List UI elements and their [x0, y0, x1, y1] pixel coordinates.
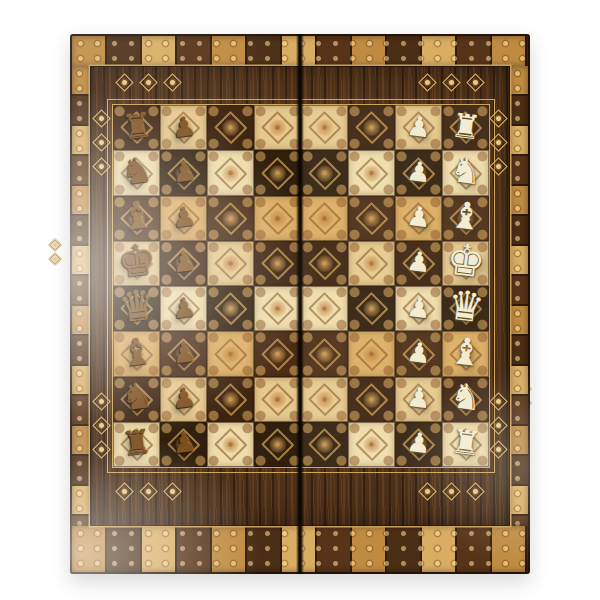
square[interactable]: ♝: [113, 331, 160, 376]
diamond-inlay-icon: [92, 440, 110, 458]
edge-inlay-icon: [50, 240, 60, 264]
square[interactable]: ♛: [113, 286, 160, 331]
square[interactable]: ♜: [113, 422, 160, 467]
white-pawn[interactable]: ♟: [405, 247, 432, 277]
black-knight[interactable]: ♞: [119, 152, 154, 191]
diamond-inlay-icon: [139, 73, 157, 91]
black-king[interactable]: ♚: [115, 238, 159, 285]
square[interactable]: ♛: [442, 286, 489, 331]
fold-seam: [296, 34, 304, 574]
square[interactable]: ♟: [160, 196, 207, 241]
black-queen[interactable]: ♛: [116, 284, 157, 329]
square[interactable]: ♟: [395, 150, 442, 195]
diamond-inlay-icon: [489, 133, 507, 151]
white-king[interactable]: ♚: [444, 238, 488, 285]
white-knight[interactable]: ♞: [448, 152, 483, 191]
corner-inlay-chain-icon: [492, 395, 505, 456]
diamond-inlay-icon: [418, 482, 436, 500]
diamond-inlay-icon: [466, 482, 484, 500]
diamond-inlay-icon: [163, 482, 181, 500]
black-pawn[interactable]: ♟: [170, 111, 197, 141]
black-pawn[interactable]: ♟: [170, 428, 197, 458]
diamond-inlay-icon: [92, 133, 110, 151]
diamond-inlay-icon: [489, 157, 507, 175]
square[interactable]: ♚: [113, 241, 160, 286]
square[interactable]: [348, 377, 395, 422]
white-pawn[interactable]: ♟: [405, 111, 432, 141]
chessboard: ♜♟♟♜♞♟♟♞♝♟♟♝♚♟♟♚♛♟♟♛♝♟♟♝♞♟♟♞♜♟♟♜: [70, 34, 530, 574]
diamond-inlay-icon: [92, 416, 110, 434]
square[interactable]: ♜: [113, 105, 160, 150]
corner-inlay-chain-icon: [95, 395, 108, 456]
white-pawn[interactable]: ♟: [405, 157, 432, 187]
square[interactable]: [348, 105, 395, 150]
black-rook[interactable]: ♜: [120, 108, 153, 144]
square[interactable]: [301, 150, 348, 195]
black-rook[interactable]: ♜: [120, 425, 153, 461]
diamond-inlay-icon: [139, 482, 157, 500]
square[interactable]: ♟: [160, 331, 207, 376]
diamond-inlay-icon: [489, 392, 507, 410]
black-pawn[interactable]: ♟: [170, 338, 197, 368]
white-pawn[interactable]: ♟: [405, 292, 432, 322]
square[interactable]: [301, 241, 348, 286]
black-pawn[interactable]: ♟: [170, 247, 197, 277]
black-pawn[interactable]: ♟: [170, 383, 197, 413]
black-bishop[interactable]: ♝: [118, 332, 155, 373]
white-bishop[interactable]: ♝: [447, 332, 484, 373]
diamond-inlay-icon: [92, 109, 110, 127]
square[interactable]: [301, 422, 348, 467]
square[interactable]: ♞: [442, 377, 489, 422]
diamond-inlay-icon: [48, 252, 62, 266]
white-rook[interactable]: ♜: [449, 108, 482, 144]
corner-inlay-chain-icon: [118, 76, 179, 89]
square[interactable]: ♟: [395, 331, 442, 376]
square[interactable]: [207, 422, 254, 467]
black-bishop[interactable]: ♝: [118, 196, 155, 237]
square[interactable]: ♚: [442, 241, 489, 286]
square[interactable]: ♟: [395, 196, 442, 241]
diamond-inlay-icon: [489, 440, 507, 458]
square[interactable]: [254, 105, 301, 150]
square[interactable]: [348, 422, 395, 467]
square[interactable]: [254, 377, 301, 422]
square[interactable]: [207, 196, 254, 241]
square[interactable]: [348, 196, 395, 241]
photo-stage: ♜♟♟♜♞♟♟♞♝♟♟♝♚♟♟♚♛♟♟♛♝♟♟♝♞♟♟♞♜♟♟♜: [0, 0, 600, 600]
square[interactable]: [348, 331, 395, 376]
square[interactable]: ♟: [160, 377, 207, 422]
square[interactable]: [301, 286, 348, 331]
corner-inlay-chain-icon: [95, 112, 108, 173]
square[interactable]: ♞: [113, 377, 160, 422]
square[interactable]: [207, 331, 254, 376]
corner-inlay-chain-icon: [421, 76, 482, 89]
square[interactable]: ♟: [395, 105, 442, 150]
square[interactable]: [254, 150, 301, 195]
white-knight[interactable]: ♞: [448, 378, 483, 417]
square[interactable]: [254, 196, 301, 241]
square[interactable]: [254, 241, 301, 286]
square[interactable]: ♜: [442, 105, 489, 150]
square[interactable]: ♞: [442, 150, 489, 195]
square[interactable]: [301, 196, 348, 241]
diamond-inlay-icon: [92, 157, 110, 175]
corner-inlay-chain-icon: [421, 485, 482, 498]
mosaic-tile-band-left: [72, 66, 90, 526]
corner-inlay-chain-icon: [118, 485, 179, 498]
square[interactable]: [301, 105, 348, 150]
square[interactable]: [207, 377, 254, 422]
square[interactable]: [207, 105, 254, 150]
square[interactable]: [207, 241, 254, 286]
white-pawn[interactable]: ♟: [405, 428, 432, 458]
square[interactable]: [207, 150, 254, 195]
square[interactable]: [254, 331, 301, 376]
square[interactable]: [348, 150, 395, 195]
black-knight[interactable]: ♞: [119, 378, 154, 417]
white-pawn[interactable]: ♟: [405, 383, 432, 413]
square[interactable]: ♟: [395, 422, 442, 467]
diamond-inlay-icon: [466, 73, 484, 91]
square[interactable]: [348, 241, 395, 286]
square[interactable]: ♟: [160, 150, 207, 195]
square[interactable]: [254, 422, 301, 467]
square[interactable]: ♟: [395, 286, 442, 331]
square[interactable]: ♟: [160, 241, 207, 286]
diamond-inlay-icon: [163, 73, 181, 91]
diamond-inlay-icon: [489, 416, 507, 434]
black-pawn[interactable]: ♟: [170, 202, 197, 232]
white-pawn[interactable]: ♟: [405, 202, 432, 232]
black-pawn[interactable]: ♟: [170, 157, 197, 187]
square[interactable]: ♞: [113, 150, 160, 195]
mosaic-tile-band-right: [510, 66, 528, 526]
square[interactable]: ♜: [442, 422, 489, 467]
square[interactable]: [254, 286, 301, 331]
diamond-inlay-icon: [489, 109, 507, 127]
diamond-inlay-icon: [92, 392, 110, 410]
white-rook[interactable]: ♜: [449, 425, 482, 461]
square[interactable]: [301, 377, 348, 422]
square[interactable]: [301, 331, 348, 376]
square[interactable]: ♟: [395, 241, 442, 286]
diamond-inlay-icon: [115, 482, 133, 500]
diamond-inlay-icon: [418, 73, 436, 91]
corner-inlay-chain-icon: [492, 112, 505, 173]
square[interactable]: ♟: [160, 286, 207, 331]
square[interactable]: [207, 286, 254, 331]
square[interactable]: ♝: [442, 331, 489, 376]
diamond-inlay-icon: [442, 73, 460, 91]
square[interactable]: ♟: [160, 105, 207, 150]
diamond-inlay-icon: [48, 238, 62, 252]
square[interactable]: ♟: [160, 422, 207, 467]
diamond-inlay-icon: [115, 73, 133, 91]
diamond-inlay-icon: [442, 482, 460, 500]
square[interactable]: [348, 286, 395, 331]
white-queen[interactable]: ♛: [445, 284, 486, 329]
white-pawn[interactable]: ♟: [405, 338, 432, 368]
black-pawn[interactable]: ♟: [170, 292, 197, 322]
square[interactable]: ♟: [395, 377, 442, 422]
white-bishop[interactable]: ♝: [447, 196, 484, 237]
